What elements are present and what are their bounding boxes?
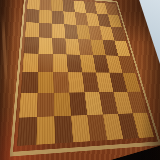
square-b3 xyxy=(38,72,54,93)
square-c2 xyxy=(54,93,71,117)
square-a2 xyxy=(19,93,37,118)
square-c3 xyxy=(53,72,69,93)
square-a5 xyxy=(24,37,39,54)
square-c4 xyxy=(53,54,68,72)
square-a4 xyxy=(22,53,38,72)
square-b2 xyxy=(37,93,54,117)
square-c8 xyxy=(51,0,63,11)
square-a6 xyxy=(25,22,39,37)
square-a1 xyxy=(17,117,37,146)
square-b5 xyxy=(38,37,52,54)
square-c6 xyxy=(52,24,65,39)
square-b4 xyxy=(38,54,53,72)
square-c1 xyxy=(54,116,73,144)
table-edge-highlight xyxy=(1,13,8,89)
square-b1 xyxy=(36,116,55,144)
square-c5 xyxy=(52,38,66,54)
scene xyxy=(0,0,160,160)
square-a3 xyxy=(21,72,38,93)
square-c7 xyxy=(52,11,65,25)
square-a7 xyxy=(26,9,39,23)
square-b6 xyxy=(39,23,52,38)
square-b7 xyxy=(39,10,52,24)
